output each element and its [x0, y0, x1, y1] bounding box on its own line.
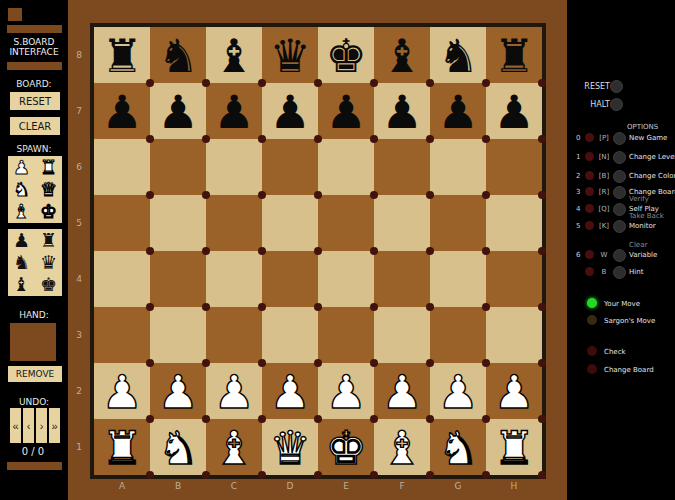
option-number: 1 [576, 153, 580, 161]
square-b4[interactable] [150, 251, 206, 307]
white-pawn-piece: ♟ [206, 363, 262, 419]
option-led [585, 152, 594, 161]
black-rook-piece: ♜ [94, 27, 150, 83]
undo-counter: 0 / 0 [0, 446, 66, 457]
square-d6[interactable] [262, 139, 318, 195]
option-led [585, 221, 594, 230]
option-row-monitor: 5[K]Monitor [567, 220, 675, 231]
spawn-white-pawn[interactable]: ♟ [8, 156, 35, 178]
option-label: New Game [629, 134, 667, 142]
option-row-variable: 6WVariable [567, 249, 675, 260]
option-key: [B] [596, 172, 612, 180]
spawn-white-bishop[interactable]: ♝ [8, 200, 35, 223]
option-row-new-game: 0[P]New Game [567, 132, 675, 143]
option-row-change-board: 3[R]Change Board [567, 186, 675, 197]
square-b6[interactable] [150, 139, 206, 195]
option-label: Change Level [629, 153, 675, 161]
square-h3[interactable] [486, 307, 542, 363]
square-a3[interactable] [94, 307, 150, 363]
option-led [585, 133, 594, 142]
square-d5[interactable] [262, 195, 318, 251]
option-number: 2 [576, 172, 580, 180]
rank-labels: 87654321 [68, 27, 90, 475]
white-bishop-piece: ♝ [374, 419, 430, 475]
square-f7[interactable]: ♟ [374, 83, 430, 139]
black-bishop-piece: ♝ [374, 27, 430, 83]
square-a5[interactable] [94, 195, 150, 251]
option-sublabel-take-back: Take Back [629, 212, 664, 220]
option-number: 4 [576, 205, 580, 213]
clear-board-button[interactable]: CLEAR [10, 117, 60, 135]
halt-row: HALT [567, 98, 675, 111]
black-pawn-piece: ♟ [206, 83, 262, 139]
redo-last-button[interactable]: » [49, 408, 60, 443]
black-pawn-piece: ♟ [430, 83, 486, 139]
divider-bar [7, 62, 62, 70]
white-queen-piece: ♛ [262, 419, 318, 475]
option-led [585, 171, 594, 180]
square-a6[interactable] [94, 139, 150, 195]
square-a4[interactable] [94, 251, 150, 307]
divider-bar [7, 25, 62, 33]
option-number: 5 [576, 222, 580, 230]
file-label-e: E [318, 481, 374, 491]
white-knight-piece: ♞ [150, 419, 206, 475]
square-f6[interactable] [374, 139, 430, 195]
white-pawn-piece: ♟ [374, 363, 430, 419]
left-sidebar: S.BOARD INTERFACE BOARD: RESET CLEAR SPA… [0, 0, 68, 500]
option-number: 3 [576, 188, 580, 196]
spawn-white-king[interactable]: ♚ [35, 200, 62, 223]
status-label: Sargon's Move [604, 317, 655, 325]
spawn-black-pawn[interactable]: ♟ [8, 229, 35, 251]
option-sublabel-verify: Verify [629, 195, 649, 203]
option-key: [N] [596, 153, 612, 161]
square-b7[interactable]: ♟ [150, 83, 206, 139]
white-king-piece: ♚ [318, 419, 374, 475]
black-bishop-piece: ♝ [206, 27, 262, 83]
rank-label-4: 4 [68, 251, 90, 307]
file-label-h: H [486, 481, 542, 491]
square-d7[interactable]: ♟ [262, 83, 318, 139]
square-d2[interactable]: ♟ [262, 363, 318, 419]
option-key: W [596, 251, 612, 259]
app-title-line2: INTERFACE [0, 47, 68, 57]
square-h5[interactable] [486, 195, 542, 251]
spawn-black-queen[interactable]: ♛ [35, 251, 62, 273]
option-led [585, 187, 594, 196]
square-c8[interactable]: ♝ [206, 27, 262, 83]
white-rook-piece: ♜ [94, 419, 150, 475]
option-label: Change Color [629, 172, 675, 180]
square-h2[interactable]: ♟ [486, 363, 542, 419]
option-sublabel-clear: Clear [629, 241, 647, 249]
square-b1[interactable]: ♞ [150, 419, 206, 475]
square-a2[interactable]: ♟ [94, 363, 150, 419]
square-e4[interactable] [318, 251, 374, 307]
square-e7[interactable]: ♟ [318, 83, 374, 139]
square-f5[interactable] [374, 195, 430, 251]
white-pawn-piece: ♟ [318, 363, 374, 419]
square-d4[interactable] [262, 251, 318, 307]
white-rook-piece: ♜ [486, 419, 542, 475]
square-f1[interactable]: ♝ [374, 419, 430, 475]
black-king-piece: ♚ [318, 27, 374, 83]
rank-label-2: 2 [68, 363, 90, 419]
option-push-button[interactable] [613, 249, 626, 262]
option-key: B [596, 268, 612, 276]
file-label-f: F [374, 481, 430, 491]
option-key: [P] [596, 134, 612, 142]
white-knight-piece: ♞ [430, 419, 486, 475]
white-pawn-piece: ♟ [262, 363, 318, 419]
square-b5[interactable] [150, 195, 206, 251]
white-pawn-piece: ♟ [94, 363, 150, 419]
file-labels: ABCDEFGH [94, 481, 542, 491]
square-e1[interactable]: ♚ [318, 419, 374, 475]
square-c6[interactable] [206, 139, 262, 195]
black-pawn-piece: ♟ [150, 83, 206, 139]
square-f2[interactable]: ♟ [374, 363, 430, 419]
square-a1[interactable]: ♜ [94, 419, 150, 475]
square-a7[interactable]: ♟ [94, 83, 150, 139]
file-label-a: A [94, 481, 150, 491]
reset-push-button[interactable] [610, 80, 623, 93]
black-pawn-piece: ♟ [486, 83, 542, 139]
square-h7[interactable]: ♟ [486, 83, 542, 139]
status-row-your-move: Your Move [567, 298, 675, 310]
option-label: Hint [629, 268, 643, 276]
option-label: Monitor [629, 222, 656, 230]
square-g4[interactable] [430, 251, 486, 307]
reset-label: RESET [584, 82, 610, 91]
option-row-change-level: 1[N]Change Level [567, 151, 675, 162]
spawn-black-bishop[interactable]: ♝ [8, 273, 35, 296]
square-g8[interactable]: ♞ [430, 27, 486, 83]
square-e6[interactable] [318, 139, 374, 195]
square-c2[interactable]: ♟ [206, 363, 262, 419]
square-a8[interactable]: ♜ [94, 27, 150, 83]
rank-label-6: 6 [68, 139, 90, 195]
option-led [585, 267, 594, 276]
black-knight-piece: ♞ [150, 27, 206, 83]
undo-controls: « ‹ › » [10, 408, 60, 443]
square-f8[interactable]: ♝ [374, 27, 430, 83]
rank-label-7: 7 [68, 83, 90, 139]
black-queen-piece: ♛ [262, 27, 318, 83]
square-e3[interactable] [318, 307, 374, 363]
option-row-hint: BHint [567, 266, 675, 277]
option-key: [Q] [596, 205, 612, 213]
black-pawn-piece: ♟ [318, 83, 374, 139]
status-row-sargon-s-move: Sargon's Move [567, 315, 675, 327]
spawn-black-rook[interactable]: ♜ [35, 229, 62, 251]
square-d3[interactable] [262, 307, 318, 363]
black-pawn-piece: ♟ [262, 83, 318, 139]
option-number: 6 [576, 251, 580, 259]
rank-label-1: 1 [68, 419, 90, 475]
option-push-button[interactable] [613, 203, 626, 216]
file-label-g: G [430, 481, 486, 491]
spawn-palette-white: ♟♜♞♛♝♚ [8, 156, 62, 223]
halt-label: HALT [590, 100, 610, 109]
divider-bar [7, 462, 62, 470]
option-label: Variable [629, 251, 657, 259]
file-label-c: C [206, 481, 262, 491]
square-f4[interactable] [374, 251, 430, 307]
square-d8[interactable]: ♛ [262, 27, 318, 83]
undo-section-label: UNDO: [0, 397, 68, 407]
square-b8[interactable]: ♞ [150, 27, 206, 83]
option-push-button[interactable] [613, 220, 626, 233]
remove-button[interactable]: REMOVE [8, 366, 62, 382]
square-d1[interactable]: ♛ [262, 419, 318, 475]
app-title-line1: S.BOARD [0, 37, 68, 47]
hand-section-label: HAND: [0, 310, 68, 320]
option-led [585, 250, 594, 259]
rank-label-5: 5 [68, 195, 90, 251]
square-b3[interactable] [150, 307, 206, 363]
square-g2[interactable]: ♟ [430, 363, 486, 419]
square-g1[interactable]: ♞ [430, 419, 486, 475]
square-c4[interactable] [206, 251, 262, 307]
decor-corner-square [8, 8, 22, 21]
spawn-white-knight[interactable]: ♞ [8, 178, 35, 200]
white-pawn-piece: ♟ [150, 363, 206, 419]
spawn-black-knight[interactable]: ♞ [8, 251, 35, 273]
square-h1[interactable]: ♜ [486, 419, 542, 475]
status-label: Change Board [604, 366, 654, 374]
undo-first-button[interactable]: « [10, 408, 21, 443]
halt-push-button[interactable] [610, 98, 623, 111]
hand-slot[interactable] [10, 323, 56, 361]
status-row-check: Check [567, 346, 675, 358]
square-g5[interactable] [430, 195, 486, 251]
option-push-button[interactable] [613, 170, 626, 183]
file-label-b: B [150, 481, 206, 491]
square-c5[interactable] [206, 195, 262, 251]
square-h8[interactable]: ♜ [486, 27, 542, 83]
square-c3[interactable] [206, 307, 262, 363]
black-knight-piece: ♞ [430, 27, 486, 83]
square-f3[interactable] [374, 307, 430, 363]
status-led-red-off [587, 346, 597, 356]
black-pawn-piece: ♟ [94, 83, 150, 139]
square-g7[interactable]: ♟ [430, 83, 486, 139]
spawn-section-label: SPAWN: [0, 144, 68, 154]
option-key: [R] [596, 188, 612, 196]
square-h6[interactable] [486, 139, 542, 195]
status-label: Your Move [604, 300, 640, 308]
undo-back-button[interactable]: ‹ [23, 408, 34, 443]
option-push-button[interactable] [613, 186, 626, 199]
option-push-button[interactable] [613, 266, 626, 279]
reset-row: RESET [567, 80, 675, 93]
white-bishop-piece: ♝ [206, 419, 262, 475]
spawn-white-rook[interactable]: ♜ [35, 156, 62, 178]
board-frame: 87654321 ♜♞♝♛♚♝♞♜♟♟♟♟♟♟♟♟♟♟♟♟♟♟♟♟♜♞♝♛♚♝♞… [68, 0, 567, 500]
spawn-black-king[interactable]: ♚ [35, 273, 62, 296]
black-pawn-piece: ♟ [374, 83, 430, 139]
status-led-green-on [587, 298, 597, 308]
square-g6[interactable] [430, 139, 486, 195]
status-led-red-off [587, 364, 597, 374]
square-g3[interactable] [430, 307, 486, 363]
spawn-white-queen[interactable]: ♛ [35, 178, 62, 200]
app-title: S.BOARD INTERFACE [0, 37, 68, 57]
options-header: OPTIONS [627, 123, 658, 131]
status-row-change-board: Change Board [567, 364, 675, 376]
option-push-button[interactable] [613, 151, 626, 164]
square-c1[interactable]: ♝ [206, 419, 262, 475]
board-section-label: BOARD: [0, 79, 68, 89]
black-rook-piece: ♜ [486, 27, 542, 83]
file-label-d: D [262, 481, 318, 491]
option-row-change-color: 2[B]Change Color [567, 170, 675, 181]
square-e2[interactable]: ♟ [318, 363, 374, 419]
reset-board-button[interactable]: RESET [10, 92, 60, 110]
option-key: [K] [596, 222, 612, 230]
redo-forward-button[interactable]: › [36, 408, 47, 443]
option-number: 0 [576, 134, 580, 142]
square-e5[interactable] [318, 195, 374, 251]
right-panel: RESET HALT OPTIONS 0[P]New Game1[N]Chang… [567, 0, 675, 500]
white-pawn-piece: ♟ [486, 363, 542, 419]
square-h4[interactable] [486, 251, 542, 307]
square-c7[interactable]: ♟ [206, 83, 262, 139]
spawn-palette-black: ♟♜♞♛♝♚ [8, 229, 62, 296]
chess-board: ♜♞♝♛♚♝♞♜♟♟♟♟♟♟♟♟♟♟♟♟♟♟♟♟♜♞♝♛♚♝♞♜ [90, 23, 546, 479]
rank-label-3: 3 [68, 307, 90, 363]
status-led-dark [587, 315, 597, 325]
square-e8[interactable]: ♚ [318, 27, 374, 83]
white-pawn-piece: ♟ [430, 363, 486, 419]
rank-label-8: 8 [68, 27, 90, 83]
square-b2[interactable]: ♟ [150, 363, 206, 419]
option-led [585, 204, 594, 213]
option-push-button[interactable] [613, 132, 626, 145]
status-label: Check [604, 348, 626, 356]
